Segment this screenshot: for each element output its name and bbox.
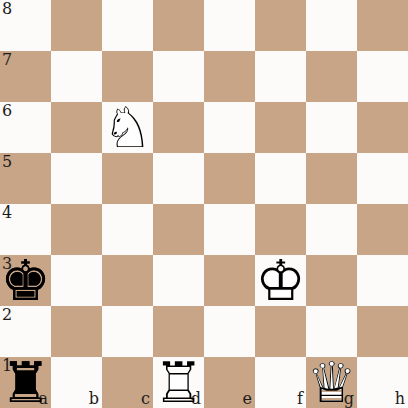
square-f5[interactable] <box>255 153 306 204</box>
file-label-h: h <box>395 391 405 407</box>
square-d6[interactable] <box>153 102 204 153</box>
square-b1[interactable]: b <box>51 357 102 408</box>
square-e5[interactable] <box>204 153 255 204</box>
square-e4[interactable] <box>204 204 255 255</box>
square-h2[interactable] <box>357 306 408 357</box>
square-d3[interactable] <box>153 255 204 306</box>
square-b2[interactable] <box>51 306 102 357</box>
square-f1[interactable]: f <box>255 357 306 408</box>
square-a7[interactable]: 7 <box>0 51 51 102</box>
square-b4[interactable] <box>51 204 102 255</box>
square-b3[interactable] <box>51 255 102 306</box>
square-c6[interactable]: ♞♘ <box>102 102 153 153</box>
square-h8[interactable] <box>357 0 408 51</box>
king-silhouette-glyph: ♚ <box>0 255 51 306</box>
rook-outline-glyph: ♜ <box>0 357 51 408</box>
square-e7[interactable] <box>204 51 255 102</box>
rook-outline-glyph: ♖ <box>153 357 204 408</box>
square-f2[interactable] <box>255 306 306 357</box>
piece-black-king[interactable]: ♚♚ <box>0 255 51 306</box>
file-label-f: f <box>297 391 303 407</box>
square-e2[interactable] <box>204 306 255 357</box>
square-a1[interactable]: 1a♜♜ <box>0 357 51 408</box>
square-c1[interactable]: c <box>102 357 153 408</box>
square-e6[interactable] <box>204 102 255 153</box>
square-g3[interactable] <box>306 255 357 306</box>
square-f4[interactable] <box>255 204 306 255</box>
square-d2[interactable] <box>153 306 204 357</box>
square-e1[interactable]: e <box>204 357 255 408</box>
square-d7[interactable] <box>153 51 204 102</box>
square-d8[interactable] <box>153 0 204 51</box>
square-e3[interactable] <box>204 255 255 306</box>
square-b7[interactable] <box>51 51 102 102</box>
square-g2[interactable] <box>306 306 357 357</box>
knight-silhouette-glyph: ♞ <box>102 102 153 153</box>
piece-white-queen[interactable]: ♛♕ <box>306 357 357 408</box>
square-c5[interactable] <box>102 153 153 204</box>
square-a8[interactable]: 8 <box>0 0 51 51</box>
square-h3[interactable] <box>357 255 408 306</box>
rank-label-2: 2 <box>2 307 12 323</box>
piece-white-rook[interactable]: ♜♖ <box>153 357 204 408</box>
square-g5[interactable] <box>306 153 357 204</box>
square-d5[interactable] <box>153 153 204 204</box>
rank-label-5: 5 <box>2 154 12 170</box>
file-label-e: e <box>243 391 252 407</box>
square-b5[interactable] <box>51 153 102 204</box>
king-silhouette-glyph: ♚ <box>255 255 306 306</box>
square-a5[interactable]: 5 <box>0 153 51 204</box>
square-e8[interactable] <box>204 0 255 51</box>
rank-label-4: 4 <box>2 205 12 221</box>
square-h1[interactable]: h <box>357 357 408 408</box>
king-outline-glyph: ♔ <box>255 255 306 306</box>
piece-white-king[interactable]: ♚♔ <box>255 255 306 306</box>
queen-outline-glyph: ♕ <box>306 357 357 408</box>
king-outline-glyph: ♚ <box>0 255 51 306</box>
square-f8[interactable] <box>255 0 306 51</box>
square-a3[interactable]: 3♚♚ <box>0 255 51 306</box>
square-b8[interactable] <box>51 0 102 51</box>
file-label-b: b <box>89 391 99 407</box>
square-g7[interactable] <box>306 51 357 102</box>
square-d1[interactable]: d♜♖ <box>153 357 204 408</box>
square-c3[interactable] <box>102 255 153 306</box>
board-wrapper: 876♞♘543♚♚♚♔21a♜♜bcd♜♖efg♛♕h <box>0 0 408 408</box>
square-a2[interactable]: 2 <box>0 306 51 357</box>
square-c2[interactable] <box>102 306 153 357</box>
square-f6[interactable] <box>255 102 306 153</box>
square-c8[interactable] <box>102 0 153 51</box>
square-h6[interactable] <box>357 102 408 153</box>
rank-label-6: 6 <box>2 103 12 119</box>
rook-silhouette-glyph: ♜ <box>153 357 204 408</box>
square-c4[interactable] <box>102 204 153 255</box>
square-h4[interactable] <box>357 204 408 255</box>
square-g1[interactable]: g♛♕ <box>306 357 357 408</box>
square-c7[interactable] <box>102 51 153 102</box>
file-label-c: c <box>141 391 150 407</box>
piece-white-knight[interactable]: ♞♘ <box>102 102 153 153</box>
square-a6[interactable]: 6 <box>0 102 51 153</box>
rook-silhouette-glyph: ♜ <box>0 357 51 408</box>
rank-label-7: 7 <box>2 52 12 68</box>
piece-black-rook[interactable]: ♜♜ <box>0 357 51 408</box>
chess-board: 876♞♘543♚♚♚♔21a♜♜bcd♜♖efg♛♕h <box>0 0 408 408</box>
square-f3[interactable]: ♚♔ <box>255 255 306 306</box>
square-f7[interactable] <box>255 51 306 102</box>
square-g8[interactable] <box>306 0 357 51</box>
square-g4[interactable] <box>306 204 357 255</box>
knight-outline-glyph: ♘ <box>102 102 153 153</box>
square-d4[interactable] <box>153 204 204 255</box>
square-g6[interactable] <box>306 102 357 153</box>
square-b6[interactable] <box>51 102 102 153</box>
square-a4[interactable]: 4 <box>0 204 51 255</box>
square-h5[interactable] <box>357 153 408 204</box>
square-h7[interactable] <box>357 51 408 102</box>
queen-silhouette-glyph: ♛ <box>306 357 357 408</box>
rank-label-8: 8 <box>2 1 12 17</box>
